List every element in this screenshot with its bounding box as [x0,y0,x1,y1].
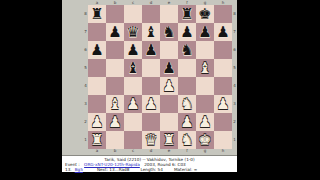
white-queen: ♛ [142,131,160,149]
white-pawn: ♟ [214,95,232,113]
rank-label: 2 [232,113,237,131]
square-a2[interactable]: ♟ [88,113,106,131]
video-frame: { "game": "chess", "position": { "fen": … [0,0,320,180]
square-e2[interactable] [160,113,178,131]
square-b8[interactable] [106,5,124,23]
white-knight: ♞ [178,95,196,113]
square-e5[interactable]: ♟ [160,59,178,77]
square-g1[interactable]: ♚ [196,131,214,149]
square-b4[interactable] [106,77,124,95]
square-d1[interactable]: ♛ [142,131,160,149]
square-g4[interactable] [196,77,214,95]
black-knight: ♞ [178,41,196,59]
black-pawn: ♟ [160,59,178,77]
white-king: ♚ [196,131,214,149]
next-move-label: Next: 13...Rad8 [97,167,130,172]
chess-panel: abcdefgh 87654321 ♜♜♚♟♛♝♞♟♟♟♟♟♟♞♝♟♝♟♝♟♟♞… [62,0,237,172]
black-pawn: ♟ [124,41,142,59]
square-c4[interactable] [124,77,142,95]
square-d8[interactable] [142,5,160,23]
square-f4[interactable] [178,77,196,95]
square-b5[interactable] [106,59,124,77]
file-label: e [160,149,178,153]
square-f6[interactable]: ♞ [178,41,196,59]
square-d6[interactable]: ♟ [142,41,160,59]
material-label: Material: = [174,167,197,172]
square-d3[interactable]: ♟ [142,95,160,113]
black-pawn: ♟ [178,23,196,41]
black-knight: ♞ [160,23,178,41]
square-h4[interactable] [214,77,232,95]
square-c3[interactable]: ♟ [124,95,142,113]
square-b3[interactable]: ♝ [106,95,124,113]
square-a6[interactable]: ♟ [88,41,106,59]
black-bishop: ♝ [142,23,160,41]
square-h2[interactable] [214,113,232,131]
white-pawn: ♟ [196,113,214,131]
square-f3[interactable]: ♞ [178,95,196,113]
square-a1[interactable]: ♜ [88,131,106,149]
square-g3[interactable] [196,95,214,113]
file-label: c [124,149,142,153]
white-knight: ♞ [178,131,196,149]
square-g2[interactable]: ♟ [196,113,214,131]
black-rook: ♜ [88,5,106,23]
white-pawn: ♟ [142,95,160,113]
square-h6[interactable] [214,41,232,59]
rank-label: 3 [232,95,237,113]
square-c1[interactable] [124,131,142,149]
square-e7[interactable]: ♞ [160,23,178,41]
square-h3[interactable]: ♟ [214,95,232,113]
black-queen: ♛ [124,23,142,41]
rank-label: 8 [232,5,237,23]
rank-label: 7 [232,23,237,41]
square-b2[interactable]: ♟ [106,113,124,131]
white-pawn: ♟ [124,95,142,113]
file-label: g [196,149,214,153]
rank-label: 5 [232,59,237,77]
white-pawn: ♟ [160,77,178,95]
rank-labels-right: 87654321 [232,5,237,149]
square-e3[interactable] [160,95,178,113]
white-bishop: ♝ [106,95,124,113]
square-e4[interactable]: ♟ [160,77,178,95]
square-c7[interactable]: ♛ [124,23,142,41]
square-g7[interactable]: ♟ [196,23,214,41]
square-e6[interactable] [160,41,178,59]
square-g6[interactable] [196,41,214,59]
board-grid: ♜♜♚♟♛♝♞♟♟♟♟♟♟♞♝♟♝♟♝♟♟♞♟♟♟♟♟♜♛♜♞♚ [88,5,232,149]
rank-label: 6 [232,41,237,59]
square-c6[interactable]: ♟ [124,41,142,59]
square-a5[interactable] [88,59,106,77]
square-b7[interactable]: ♟ [106,23,124,41]
black-bishop: ♝ [124,59,142,77]
square-c2[interactable] [124,113,142,131]
square-d7[interactable]: ♝ [142,23,160,41]
chess-board: abcdefgh 87654321 ♜♜♚♟♛♝♞♟♟♟♟♟♟♞♝♟♝♟♝♟♟♞… [62,0,237,153]
file-label: a [88,149,106,153]
square-d5[interactable] [142,59,160,77]
rank-label: 1 [232,131,237,149]
white-pawn: ♟ [106,113,124,131]
square-h7[interactable]: ♟ [214,23,232,41]
square-h5[interactable] [214,59,232,77]
square-c5[interactable]: ♝ [124,59,142,77]
length-label: Length: 54 [140,167,163,172]
black-king: ♚ [196,5,214,23]
square-c8[interactable] [124,5,142,23]
square-g5[interactable]: ♝ [196,59,214,77]
square-h1[interactable] [214,131,232,149]
file-label: d [142,149,160,153]
white-pawn: ♟ [88,113,106,131]
square-f1[interactable]: ♞ [178,131,196,149]
square-f5[interactable] [178,59,196,77]
black-pawn: ♟ [106,23,124,41]
square-f8[interactable]: ♜ [178,5,196,23]
square-f2[interactable]: ♟ [178,113,196,131]
black-rook: ♜ [178,5,196,23]
rank-label: 4 [232,77,237,95]
square-f7[interactable]: ♟ [178,23,196,41]
square-d4[interactable] [142,77,160,95]
square-g8[interactable]: ♚ [196,5,214,23]
move-number: 13. [65,167,72,172]
square-a3[interactable] [88,95,106,113]
move-line: 13. Bg5 Next: 13...Rad8 Length: 54 Mater… [65,167,234,172]
file-label: f [178,149,196,153]
square-e8[interactable] [160,5,178,23]
black-pawn: ♟ [214,23,232,41]
black-pawn: ♟ [142,41,160,59]
square-a7[interactable] [88,23,106,41]
square-a4[interactable] [88,77,106,95]
black-pawn: ♟ [196,23,214,41]
white-rook: ♜ [88,131,106,149]
square-b6[interactable] [106,41,124,59]
white-bishop: ♝ [196,59,214,77]
file-labels-bottom: abcdefgh [88,149,237,153]
square-b1[interactable] [106,131,124,149]
square-e1[interactable]: ♜ [160,131,178,149]
file-label: h [214,149,232,153]
square-d2[interactable] [142,113,160,131]
square-a8[interactable]: ♜ [88,5,106,23]
file-label: b [106,149,124,153]
black-pawn: ♟ [88,41,106,59]
move-played[interactable]: Bg5 [75,167,83,172]
white-rook: ♜ [160,131,178,149]
game-info-caption: Tarik, Said (2210) -- Vakhidov, Tornike … [62,155,237,172]
square-h8[interactable] [214,5,232,23]
white-pawn: ♟ [178,113,196,131]
